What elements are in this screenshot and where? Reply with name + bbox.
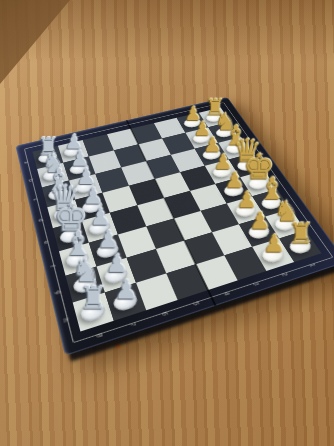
square[interactable]: ♜ <box>73 293 114 332</box>
board-frame: ♜♟♟♜♞♟♟♞♝♟♟♝♛♟♟♛♚♟♟♚♝♟♟♝♞♟♟♞♜♟♟♜ 8765432… <box>15 97 334 356</box>
board-scene: ♜♟♟♜♞♟♟♞♝♟♟♝♛♟♟♛♚♟♟♚♝♟♟♝♞♟♟♞♜♟♟♜ 8765432… <box>0 0 334 446</box>
chess-board: ♜♟♟♜♞♟♟♞♝♟♟♝♛♟♟♛♚♟♟♚♝♟♟♝♞♟♟♞♜♟♟♜ 8765432… <box>15 97 334 356</box>
board-squares: ♜♟♟♜♞♟♟♞♝♟♟♝♛♟♟♛♚♟♟♚♝♟♟♝♞♟♟♞♜♟♟♜ <box>32 108 321 332</box>
gold-pawn[interactable]: ♟ <box>252 232 296 256</box>
photo-stage: ♜♟♟♜♞♟♟♞♝♟♟♝♛♟♟♛♚♟♟♚♝♟♟♝♞♟♟♞♜♟♟♜ 8765432… <box>0 0 334 446</box>
silver-rook[interactable]: ♜ <box>70 282 118 313</box>
